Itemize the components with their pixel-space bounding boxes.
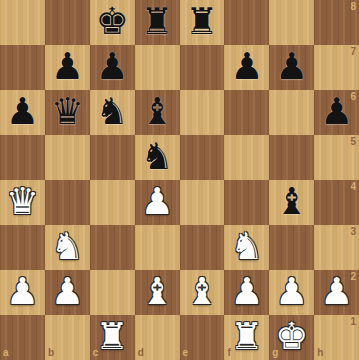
square-d6[interactable]: ♝ (135, 90, 180, 135)
square-d7[interactable] (135, 45, 180, 90)
rank-label-7: 7 (350, 47, 356, 57)
black-knight[interactable]: ♞ (140, 138, 173, 175)
black-pawn[interactable]: ♟ (96, 48, 129, 85)
square-c4[interactable] (90, 180, 135, 225)
chess-board: ♚♜♜8♟♟♟♟7♟♛♞♝6♟♞5♛♟♝4♞♞3♟♟♝♝♟♟2♟abc♜def♜… (0, 0, 359, 360)
black-king[interactable]: ♚ (96, 3, 129, 40)
square-g8[interactable] (269, 0, 314, 45)
square-e3[interactable] (180, 225, 225, 270)
square-d5[interactable]: ♞ (135, 135, 180, 180)
rank-label-1: 1 (350, 317, 356, 327)
square-f5[interactable] (224, 135, 269, 180)
square-d2[interactable]: ♝ (135, 270, 180, 315)
square-h5[interactable]: 5 (314, 135, 359, 180)
square-b7[interactable]: ♟ (45, 45, 90, 90)
square-e2[interactable]: ♝ (180, 270, 225, 315)
square-h7[interactable]: 7 (314, 45, 359, 90)
white-pawn[interactable]: ♟ (275, 273, 308, 310)
square-e5[interactable] (180, 135, 225, 180)
square-c1[interactable]: c♜ (90, 315, 135, 360)
square-a8[interactable] (0, 0, 45, 45)
square-e1[interactable]: e (180, 315, 225, 360)
white-king[interactable]: ♚ (275, 318, 308, 355)
black-pawn[interactable]: ♟ (51, 48, 84, 85)
square-b2[interactable]: ♟ (45, 270, 90, 315)
square-b8[interactable] (45, 0, 90, 45)
square-e4[interactable] (180, 180, 225, 225)
white-rook[interactable]: ♜ (96, 318, 129, 355)
square-d1[interactable]: d (135, 315, 180, 360)
square-a4[interactable]: ♛ (0, 180, 45, 225)
black-pawn[interactable]: ♟ (230, 48, 263, 85)
black-bishop[interactable]: ♝ (275, 183, 308, 220)
square-h3[interactable]: 3 (314, 225, 359, 270)
square-e6[interactable] (180, 90, 225, 135)
file-label-b: b (48, 348, 54, 358)
square-b3[interactable]: ♞ (45, 225, 90, 270)
black-knight[interactable]: ♞ (96, 93, 129, 130)
square-b6[interactable]: ♛ (45, 90, 90, 135)
square-f1[interactable]: f♜ (224, 315, 269, 360)
square-c3[interactable] (90, 225, 135, 270)
black-rook[interactable]: ♜ (140, 3, 173, 40)
square-b1[interactable]: b (45, 315, 90, 360)
white-pawn[interactable]: ♟ (6, 273, 39, 310)
square-h6[interactable]: 6♟ (314, 90, 359, 135)
rank-label-4: 4 (350, 182, 356, 192)
square-d8[interactable]: ♜ (135, 0, 180, 45)
white-pawn[interactable]: ♟ (230, 273, 263, 310)
square-b4[interactable] (45, 180, 90, 225)
square-a5[interactable] (0, 135, 45, 180)
white-knight[interactable]: ♞ (51, 228, 84, 265)
white-knight[interactable]: ♞ (230, 228, 263, 265)
square-c2[interactable] (90, 270, 135, 315)
square-c5[interactable] (90, 135, 135, 180)
black-pawn[interactable]: ♟ (275, 48, 308, 85)
square-e8[interactable]: ♜ (180, 0, 225, 45)
square-h2[interactable]: 2♟ (314, 270, 359, 315)
white-bishop[interactable]: ♝ (140, 273, 173, 310)
black-pawn[interactable]: ♟ (320, 93, 353, 130)
square-f3[interactable]: ♞ (224, 225, 269, 270)
square-g4[interactable]: ♝ (269, 180, 314, 225)
square-g6[interactable] (269, 90, 314, 135)
square-a7[interactable] (0, 45, 45, 90)
square-f4[interactable] (224, 180, 269, 225)
square-f7[interactable]: ♟ (224, 45, 269, 90)
square-f8[interactable] (224, 0, 269, 45)
square-d3[interactable] (135, 225, 180, 270)
square-g3[interactable] (269, 225, 314, 270)
square-f6[interactable] (224, 90, 269, 135)
square-a2[interactable]: ♟ (0, 270, 45, 315)
square-d4[interactable]: ♟ (135, 180, 180, 225)
black-bishop[interactable]: ♝ (140, 93, 173, 130)
rank-label-8: 8 (350, 2, 356, 12)
file-label-e: e (183, 348, 189, 358)
square-c7[interactable]: ♟ (90, 45, 135, 90)
square-a1[interactable]: a (0, 315, 45, 360)
rank-label-3: 3 (350, 227, 356, 237)
square-e7[interactable] (180, 45, 225, 90)
square-h8[interactable]: 8 (314, 0, 359, 45)
white-rook[interactable]: ♜ (230, 318, 263, 355)
white-pawn[interactable]: ♟ (140, 183, 173, 220)
white-pawn[interactable]: ♟ (320, 273, 353, 310)
white-queen[interactable]: ♛ (6, 183, 39, 220)
white-bishop[interactable]: ♝ (185, 273, 218, 310)
square-a3[interactable] (0, 225, 45, 270)
square-c6[interactable]: ♞ (90, 90, 135, 135)
file-label-h: h (317, 348, 323, 358)
black-rook[interactable]: ♜ (185, 3, 218, 40)
black-queen[interactable]: ♛ (51, 93, 84, 130)
square-c8[interactable]: ♚ (90, 0, 135, 45)
square-g2[interactable]: ♟ (269, 270, 314, 315)
file-label-a: a (3, 348, 9, 358)
square-f2[interactable]: ♟ (224, 270, 269, 315)
square-g5[interactable] (269, 135, 314, 180)
black-pawn[interactable]: ♟ (6, 93, 39, 130)
square-g7[interactable]: ♟ (269, 45, 314, 90)
file-label-d: d (138, 348, 144, 358)
white-pawn[interactable]: ♟ (51, 273, 84, 310)
rank-label-5: 5 (350, 137, 356, 147)
square-b5[interactable] (45, 135, 90, 180)
square-g1[interactable]: g♚ (269, 315, 314, 360)
square-h4[interactable]: 4 (314, 180, 359, 225)
square-h1[interactable]: 1h (314, 315, 359, 360)
square-a6[interactable]: ♟ (0, 90, 45, 135)
